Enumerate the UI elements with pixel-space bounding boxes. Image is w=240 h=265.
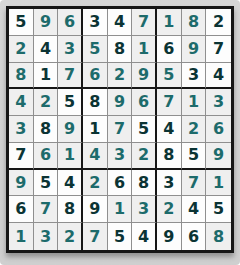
- cell-r1c9[interactable]: 2: [206, 9, 231, 36]
- cell-r5c5[interactable]: 7: [108, 116, 133, 143]
- cell-r2c6[interactable]: 1: [132, 36, 157, 63]
- cell-r7c2[interactable]: 5: [34, 170, 59, 197]
- cell-r4c8[interactable]: 1: [182, 89, 207, 116]
- cell-r5c8[interactable]: 2: [182, 116, 207, 143]
- cell-r2c8[interactable]: 9: [182, 36, 207, 63]
- cell-r4c4[interactable]: 8: [83, 89, 108, 116]
- cell-r7c8[interactable]: 7: [182, 170, 207, 197]
- cell-r2c7[interactable]: 6: [157, 36, 182, 63]
- cell-r9c5[interactable]: 5: [108, 223, 133, 250]
- cell-r9c6[interactable]: 4: [132, 223, 157, 250]
- cell-r3c1[interactable]: 8: [9, 63, 34, 90]
- sudoku-board: 5963471822435816978176295344258967133891…: [6, 6, 234, 253]
- cell-r7c6[interactable]: 8: [132, 170, 157, 197]
- cell-r6c8[interactable]: 5: [182, 143, 207, 170]
- cell-r6c3[interactable]: 1: [58, 143, 83, 170]
- cell-r9c4[interactable]: 7: [83, 223, 108, 250]
- cell-r6c5[interactable]: 3: [108, 143, 133, 170]
- cell-r2c3[interactable]: 3: [58, 36, 83, 63]
- cell-r6c9[interactable]: 9: [206, 143, 231, 170]
- cell-r3c8[interactable]: 3: [182, 63, 207, 90]
- cell-r1c4[interactable]: 3: [83, 9, 108, 36]
- cell-r4c7[interactable]: 7: [157, 89, 182, 116]
- cell-r8c8[interactable]: 4: [182, 196, 207, 223]
- cell-r7c7[interactable]: 3: [157, 170, 182, 197]
- cell-r7c5[interactable]: 6: [108, 170, 133, 197]
- cell-r4c1[interactable]: 4: [9, 89, 34, 116]
- cell-r1c7[interactable]: 1: [157, 9, 182, 36]
- cell-r3c5[interactable]: 2: [108, 63, 133, 90]
- cell-r9c1[interactable]: 1: [9, 223, 34, 250]
- cell-r4c2[interactable]: 2: [34, 89, 59, 116]
- cell-r9c8[interactable]: 6: [182, 223, 207, 250]
- cell-r2c2[interactable]: 4: [34, 36, 59, 63]
- cell-r8c5[interactable]: 1: [108, 196, 133, 223]
- cell-r7c1[interactable]: 9: [9, 170, 34, 197]
- cell-r4c9[interactable]: 3: [206, 89, 231, 116]
- cell-r5c7[interactable]: 4: [157, 116, 182, 143]
- cell-r2c1[interactable]: 2: [9, 36, 34, 63]
- cell-r3c6[interactable]: 9: [132, 63, 157, 90]
- cell-r9c9[interactable]: 8: [206, 223, 231, 250]
- cell-r7c9[interactable]: 1: [206, 170, 231, 197]
- cell-r8c1[interactable]: 6: [9, 196, 34, 223]
- cell-r8c9[interactable]: 5: [206, 196, 231, 223]
- cell-r8c7[interactable]: 2: [157, 196, 182, 223]
- cell-r5c4[interactable]: 1: [83, 116, 108, 143]
- cell-r6c4[interactable]: 4: [83, 143, 108, 170]
- cell-r3c7[interactable]: 5: [157, 63, 182, 90]
- cell-r9c2[interactable]: 3: [34, 223, 59, 250]
- sudoku-frame: 5963471822435816978176295344258967133891…: [0, 0, 240, 265]
- cell-r5c6[interactable]: 5: [132, 116, 157, 143]
- cell-r8c6[interactable]: 3: [132, 196, 157, 223]
- cell-r1c3[interactable]: 6: [58, 9, 83, 36]
- cell-r1c8[interactable]: 8: [182, 9, 207, 36]
- cell-r6c7[interactable]: 8: [157, 143, 182, 170]
- cell-r6c2[interactable]: 6: [34, 143, 59, 170]
- cell-r2c4[interactable]: 5: [83, 36, 108, 63]
- cell-r5c9[interactable]: 6: [206, 116, 231, 143]
- cell-r8c3[interactable]: 8: [58, 196, 83, 223]
- cell-r2c5[interactable]: 8: [108, 36, 133, 63]
- cell-r3c4[interactable]: 6: [83, 63, 108, 90]
- cell-r4c6[interactable]: 6: [132, 89, 157, 116]
- cell-r4c3[interactable]: 5: [58, 89, 83, 116]
- cell-r3c3[interactable]: 7: [58, 63, 83, 90]
- cell-r9c7[interactable]: 9: [157, 223, 182, 250]
- cell-r7c4[interactable]: 2: [83, 170, 108, 197]
- cell-r6c6[interactable]: 2: [132, 143, 157, 170]
- cell-r3c9[interactable]: 4: [206, 63, 231, 90]
- cell-r5c2[interactable]: 8: [34, 116, 59, 143]
- cell-r1c5[interactable]: 4: [108, 9, 133, 36]
- cell-r5c1[interactable]: 3: [9, 116, 34, 143]
- cell-r4c5[interactable]: 9: [108, 89, 133, 116]
- cell-r3c2[interactable]: 1: [34, 63, 59, 90]
- cell-r8c2[interactable]: 7: [34, 196, 59, 223]
- cell-r1c1[interactable]: 5: [9, 9, 34, 36]
- cell-r6c1[interactable]: 7: [9, 143, 34, 170]
- cell-r8c4[interactable]: 9: [83, 196, 108, 223]
- cell-r5c3[interactable]: 9: [58, 116, 83, 143]
- cell-r1c6[interactable]: 7: [132, 9, 157, 36]
- cell-r1c2[interactable]: 9: [34, 9, 59, 36]
- cell-r2c9[interactable]: 7: [206, 36, 231, 63]
- cell-r9c3[interactable]: 2: [58, 223, 83, 250]
- cell-r7c3[interactable]: 4: [58, 170, 83, 197]
